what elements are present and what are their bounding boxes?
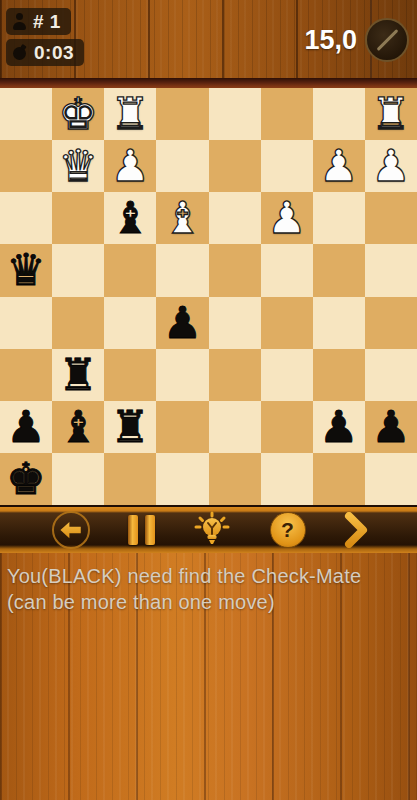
puzzle-number-badge: # 1 [6, 8, 71, 35]
square-c7[interactable]: ♟ [104, 140, 156, 192]
square-b4[interactable] [52, 297, 104, 349]
player-icon [13, 13, 26, 30]
square-e1[interactable] [209, 453, 261, 505]
square-f5[interactable] [261, 244, 313, 296]
status-line-2: (can be more than one move) [7, 589, 410, 615]
info-badges: # 1 0:03 [6, 8, 84, 66]
piece-white-pawn[interactable]: ♟ [111, 144, 150, 188]
square-f1[interactable] [261, 453, 313, 505]
square-c6[interactable]: ♝ [104, 192, 156, 244]
score-value: 15,0 [304, 25, 357, 56]
square-f4[interactable] [261, 297, 313, 349]
piece-black-king[interactable]: ♚ [6, 457, 45, 501]
piece-white-bishop[interactable]: ♝ [163, 196, 202, 240]
puzzle-number: # 1 [33, 11, 61, 33]
square-d5[interactable] [156, 244, 208, 296]
score-group: 15,0 [304, 18, 409, 62]
square-g2[interactable]: ♟ [313, 401, 365, 453]
pause-icon [128, 515, 155, 545]
square-h3[interactable] [365, 349, 417, 401]
square-b2[interactable]: ♝ [52, 401, 104, 453]
square-e6[interactable] [209, 192, 261, 244]
piece-black-bishop[interactable]: ♝ [58, 405, 97, 449]
square-c2[interactable]: ♜ [104, 401, 156, 453]
square-e7[interactable] [209, 140, 261, 192]
piece-white-king[interactable]: ♚ [58, 92, 97, 136]
square-h8[interactable]: ♜ [365, 88, 417, 140]
square-b6[interactable] [52, 192, 104, 244]
square-d4[interactable]: ♟ [156, 297, 208, 349]
square-d1[interactable] [156, 453, 208, 505]
square-g3[interactable] [313, 349, 365, 401]
square-c8[interactable]: ♜ [104, 88, 156, 140]
square-f8[interactable] [261, 88, 313, 140]
square-a2[interactable]: ♟ [0, 401, 52, 453]
piece-black-pawn[interactable]: ♟ [163, 301, 202, 345]
square-b1[interactable] [52, 453, 104, 505]
piece-white-pawn[interactable]: ♟ [319, 144, 358, 188]
square-f3[interactable] [261, 349, 313, 401]
square-h4[interactable] [365, 297, 417, 349]
square-d8[interactable] [156, 88, 208, 140]
square-e4[interactable] [209, 297, 261, 349]
square-h6[interactable] [365, 192, 417, 244]
square-h5[interactable] [365, 244, 417, 296]
status-line-1: You(BLACK) need find the Check-Mate [7, 563, 410, 589]
clock-icon [13, 45, 27, 60]
piece-black-rook[interactable]: ♜ [58, 353, 97, 397]
square-a7[interactable] [0, 140, 52, 192]
board-top-border [0, 78, 417, 88]
timer-value: 0:03 [34, 42, 74, 64]
chess-board: ♚♜♜♛♟♟♟♝♝♟♛♟♜♟♝♜♟♟♚ [0, 88, 417, 505]
app-screen: # 1 0:03 15,0 ♚♜♜♛♟♟♟♝♝♟♛♟♜♟♝♜♟♟♚ [0, 0, 417, 800]
square-d2[interactable] [156, 401, 208, 453]
square-c5[interactable] [104, 244, 156, 296]
square-g5[interactable] [313, 244, 365, 296]
square-f6[interactable]: ♟ [261, 192, 313, 244]
square-a1[interactable]: ♚ [0, 453, 52, 505]
square-h7[interactable]: ♟ [365, 140, 417, 192]
status-message: You(BLACK) need find the Check-Mate (can… [0, 553, 417, 800]
piece-black-queen[interactable]: ♛ [6, 248, 45, 292]
square-e2[interactable] [209, 401, 261, 453]
piece-black-pawn[interactable]: ♟ [6, 405, 45, 449]
question-mark-icon: ? [270, 512, 306, 548]
piece-white-queen[interactable]: ♛ [58, 144, 97, 188]
pause-button[interactable] [128, 515, 155, 545]
toolbar: ? [0, 507, 417, 553]
square-g1[interactable] [313, 453, 365, 505]
square-b3[interactable]: ♜ [52, 349, 104, 401]
square-g4[interactable] [313, 297, 365, 349]
square-h2[interactable]: ♟ [365, 401, 417, 453]
square-a8[interactable] [0, 88, 52, 140]
square-e3[interactable] [209, 349, 261, 401]
timer-badge: 0:03 [6, 39, 84, 66]
chevron-right-icon [343, 512, 369, 548]
score-dial-button[interactable] [365, 18, 409, 62]
square-b8[interactable]: ♚ [52, 88, 104, 140]
piece-black-rook[interactable]: ♜ [111, 405, 150, 449]
square-d3[interactable] [156, 349, 208, 401]
dial-hand-icon [376, 29, 398, 51]
square-c4[interactable] [104, 297, 156, 349]
square-g8[interactable] [313, 88, 365, 140]
square-a3[interactable] [0, 349, 52, 401]
square-a5[interactable]: ♛ [0, 244, 52, 296]
back-arrow-icon [52, 511, 90, 549]
lightbulb-icon [192, 511, 232, 549]
square-d6[interactable]: ♝ [156, 192, 208, 244]
square-c3[interactable] [104, 349, 156, 401]
square-d7[interactable] [156, 140, 208, 192]
square-b7[interactable]: ♛ [52, 140, 104, 192]
square-a4[interactable] [0, 297, 52, 349]
square-g6[interactable] [313, 192, 365, 244]
piece-black-bishop[interactable]: ♝ [111, 196, 150, 240]
square-f2[interactable] [261, 401, 313, 453]
square-e8[interactable] [209, 88, 261, 140]
piece-black-pawn[interactable]: ♟ [319, 405, 358, 449]
square-f7[interactable] [261, 140, 313, 192]
square-b5[interactable] [52, 244, 104, 296]
piece-white-rook[interactable]: ♜ [371, 92, 410, 136]
square-h1[interactable] [365, 453, 417, 505]
hint-button[interactable] [192, 511, 232, 549]
square-e5[interactable] [209, 244, 261, 296]
next-button[interactable] [343, 512, 369, 548]
square-a6[interactable] [0, 192, 52, 244]
piece-white-rook[interactable]: ♜ [111, 92, 150, 136]
piece-white-pawn[interactable]: ♟ [371, 144, 410, 188]
piece-black-pawn[interactable]: ♟ [371, 405, 410, 449]
help-button[interactable]: ? [270, 512, 306, 548]
square-c1[interactable] [104, 453, 156, 505]
back-button[interactable] [52, 511, 90, 549]
top-bar: # 1 0:03 15,0 [0, 0, 417, 78]
piece-white-pawn[interactable]: ♟ [267, 196, 306, 240]
square-g7[interactable]: ♟ [313, 140, 365, 192]
